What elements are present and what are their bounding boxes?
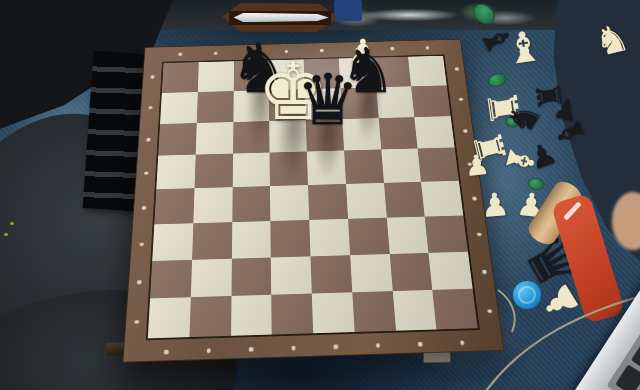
square-h1[interactable]: [148, 297, 191, 338]
blue-bottle-cap: [513, 281, 541, 309]
square-d2[interactable]: [194, 154, 232, 188]
frame-coordinate-dot: [487, 309, 492, 313]
square-g1[interactable]: [150, 259, 192, 298]
frame-coordinate-dot: [467, 162, 471, 166]
frame-coordinate-dot: [459, 98, 463, 101]
frame-coordinate-dot: [146, 138, 150, 141]
square-d7[interactable]: [381, 149, 421, 183]
square-c7[interactable]: [378, 117, 418, 150]
square-b2[interactable]: [197, 91, 234, 123]
square-f3[interactable]: [231, 221, 271, 258]
frame-coordinate-dot: [207, 348, 211, 352]
square-e4[interactable]: [270, 185, 309, 221]
square-h8[interactable]: [433, 289, 478, 330]
square-c1[interactable]: [158, 123, 196, 156]
square-h4[interactable]: [271, 294, 313, 335]
square-d3[interactable]: [232, 153, 270, 187]
square-e1[interactable]: [154, 188, 194, 224]
blade-icon: [234, 13, 329, 22]
frame-coordinate-dot: [472, 197, 476, 201]
frame-coordinate-dot: [134, 320, 138, 324]
chair-speck: [4, 233, 8, 236]
frame-coordinate-dot: [291, 346, 295, 350]
square-e7[interactable]: [384, 182, 425, 218]
frame-coordinate-dot: [482, 270, 487, 274]
frame-coordinate-dot: [376, 343, 381, 347]
chess-table-photo: ♝♞♝♜♞♜♟♜♝♟♟♟♟♝♛♟ ♟♞♞♚♛: [0, 0, 640, 390]
square-g8[interactable]: [429, 251, 473, 290]
square-b8[interactable]: [411, 85, 450, 117]
chair-speck: [10, 222, 14, 225]
frame-coordinate-dot: [164, 350, 168, 354]
square-g3[interactable]: [231, 257, 271, 296]
frame-coordinate-dot: [460, 340, 465, 344]
square-h2[interactable]: [189, 296, 231, 337]
frame-coordinate-dot: [249, 347, 253, 351]
frame-coordinate-dot: [142, 206, 146, 210]
frame-coordinate-dot: [148, 106, 152, 109]
square-g7[interactable]: [389, 252, 432, 291]
square-f1[interactable]: [152, 223, 193, 261]
frame-coordinate-dot: [178, 53, 182, 56]
square-c8[interactable]: [414, 116, 454, 149]
square-a2[interactable]: [198, 61, 234, 92]
frame-coordinate-dot: [463, 129, 467, 132]
square-f8[interactable]: [425, 215, 468, 252]
square-e3[interactable]: [232, 186, 271, 222]
frame-coordinate-dot: [150, 75, 154, 78]
square-g2[interactable]: [191, 258, 232, 297]
frame-coordinate-dot: [144, 171, 148, 175]
frame-coordinate-dot: [334, 344, 338, 348]
frame-coordinate-dot: [139, 242, 143, 246]
square-h7[interactable]: [392, 290, 436, 331]
frame-coordinate-dot: [426, 46, 430, 49]
square-f6[interactable]: [348, 217, 389, 254]
square-d1[interactable]: [156, 155, 195, 190]
frame-coordinate-dot: [137, 280, 141, 284]
square-e6[interactable]: [346, 183, 387, 219]
square-f7[interactable]: [386, 216, 428, 253]
square-f5[interactable]: [309, 219, 350, 256]
square-d4[interactable]: [270, 152, 308, 186]
square-a8[interactable]: [408, 56, 447, 86]
square-d5[interactable]: [307, 151, 346, 185]
piece-black-queen-c5[interactable]: ♛: [297, 65, 360, 135]
square-h6[interactable]: [352, 291, 395, 332]
square-g5[interactable]: [310, 255, 352, 294]
frame-coordinate-dot: [214, 52, 218, 55]
frame-coordinate-dot: [418, 342, 423, 346]
square-h3[interactable]: [231, 295, 272, 336]
frame-coordinate-dot: [455, 67, 459, 70]
square-e8[interactable]: [421, 181, 463, 217]
square-d8[interactable]: [418, 148, 459, 182]
laptop-key: [615, 364, 640, 390]
square-g4[interactable]: [271, 256, 312, 295]
square-c2[interactable]: [195, 122, 233, 155]
square-e2[interactable]: [193, 187, 232, 223]
square-f2[interactable]: [192, 222, 232, 259]
square-a1[interactable]: [162, 62, 199, 93]
square-g6[interactable]: [350, 254, 392, 293]
square-e5[interactable]: [308, 184, 348, 220]
square-h5[interactable]: [312, 293, 355, 334]
square-f4[interactable]: [271, 220, 311, 257]
square-b1[interactable]: [160, 92, 198, 124]
square-d6[interactable]: [344, 150, 384, 184]
frame-coordinate-dot: [477, 233, 481, 237]
